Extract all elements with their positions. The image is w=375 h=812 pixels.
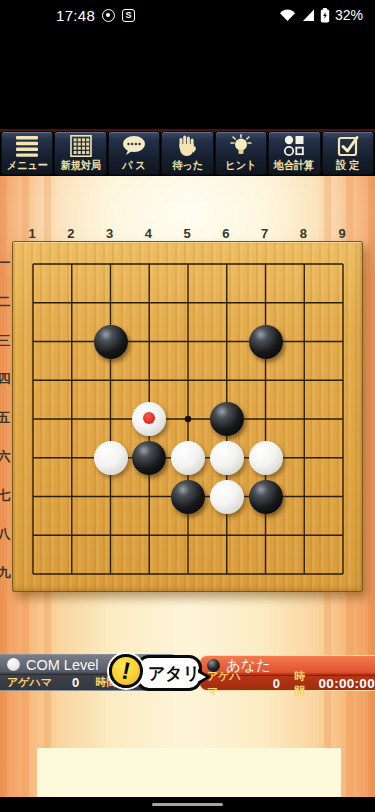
stone-white <box>94 441 128 475</box>
territory-count-icon <box>282 133 306 159</box>
app-screen: 17:48 S 32% <box>0 0 375 812</box>
stone-white <box>249 441 283 475</box>
new-game-button[interactable]: 新規対局 <box>54 131 106 175</box>
black-time-value: 00:00:00 <box>319 676 375 691</box>
atari-exclamation-icon: ! <box>109 654 143 688</box>
wifi-icon <box>279 8 296 22</box>
battery-percent: 32% <box>335 7 363 23</box>
status-right: 32% <box>279 7 375 23</box>
status-left: 17:48 S <box>0 7 135 24</box>
stone-white <box>171 441 205 475</box>
board-grid-lines <box>13 242 364 593</box>
ad-banner-placeholder <box>37 748 341 798</box>
status-bar: 17:48 S 32% <box>0 0 375 30</box>
gesture-nav-bar <box>0 797 375 812</box>
stone-white <box>132 402 166 436</box>
toolbar: メニュー 新規対局 <box>0 129 375 176</box>
stone-black <box>249 325 283 359</box>
pass-bubble-icon <box>121 133 147 159</box>
pass-button[interactable]: パ ス <box>108 131 160 175</box>
clock: 17:48 <box>56 7 95 24</box>
go-board[interactable] <box>12 241 363 592</box>
stone-black <box>171 480 205 514</box>
new-game-board-icon <box>69 133 93 159</box>
stone-black <box>94 325 128 359</box>
column-label: 2 <box>61 226 81 241</box>
white-captures-value: 0 <box>72 675 79 690</box>
app-notification-icon: S <box>122 9 135 22</box>
white-stone-icon <box>7 658 20 671</box>
hint-bulb-icon <box>228 133 254 159</box>
undo-hand-icon <box>175 133 199 159</box>
black-time-label: 時間 <box>294 669 312 699</box>
undo-button[interactable]: 待った <box>161 131 213 175</box>
pass-label: パ ス <box>122 159 146 172</box>
column-label: 7 <box>255 226 275 241</box>
atari-bubble: アタリ <box>136 655 202 691</box>
atari-badge: アタリ ! <box>109 652 205 696</box>
stone-black <box>210 402 244 436</box>
black-captures-label: アゲハマ <box>207 669 245 699</box>
stone-white <box>210 441 244 475</box>
hint-button[interactable]: ヒント <box>215 131 267 175</box>
last-move-marker <box>143 412 155 424</box>
atari-label: アタリ <box>148 662 200 685</box>
column-label: 9 <box>332 226 352 241</box>
chrome-notification-icon <box>102 9 115 22</box>
menu-icon <box>15 133 39 159</box>
territory-count-button[interactable]: 地合計算 <box>268 131 320 175</box>
black-player-panel: あなた アゲハマ 0 時間 00:00:00 <box>199 655 375 691</box>
black-player-stats: アゲハマ 0 時間 00:00:00 <box>200 675 375 691</box>
cell-signal-icon <box>301 8 315 22</box>
column-label: 4 <box>138 226 158 241</box>
menu-button[interactable]: メニュー <box>1 131 53 175</box>
stone-black <box>132 441 166 475</box>
column-labels: 123456789 <box>0 226 375 241</box>
stone-white <box>210 480 244 514</box>
stone-black <box>249 480 283 514</box>
column-label: 5 <box>177 226 197 241</box>
new-game-label: 新規対局 <box>60 159 100 172</box>
settings-button[interactable]: 設 定 <box>322 131 374 175</box>
settings-check-icon <box>336 133 360 159</box>
column-label: 3 <box>100 226 120 241</box>
black-captures-value: 0 <box>273 676 280 691</box>
home-indicator[interactable] <box>152 803 223 806</box>
menu-label: メニュー <box>7 159 48 172</box>
star-point <box>185 416 191 422</box>
white-captures-label: アゲハマ <box>7 675 52 690</box>
undo-label: 待った <box>172 159 203 172</box>
column-label: 6 <box>216 226 236 241</box>
white-player-name: COM Level <box>26 657 99 673</box>
column-label: 8 <box>293 226 313 241</box>
hint-label: ヒント <box>225 159 256 172</box>
settings-label: 設 定 <box>336 159 359 172</box>
battery-charging-icon <box>320 8 330 23</box>
column-label: 1 <box>22 226 42 241</box>
territory-count-label: 地合計算 <box>274 159 314 172</box>
